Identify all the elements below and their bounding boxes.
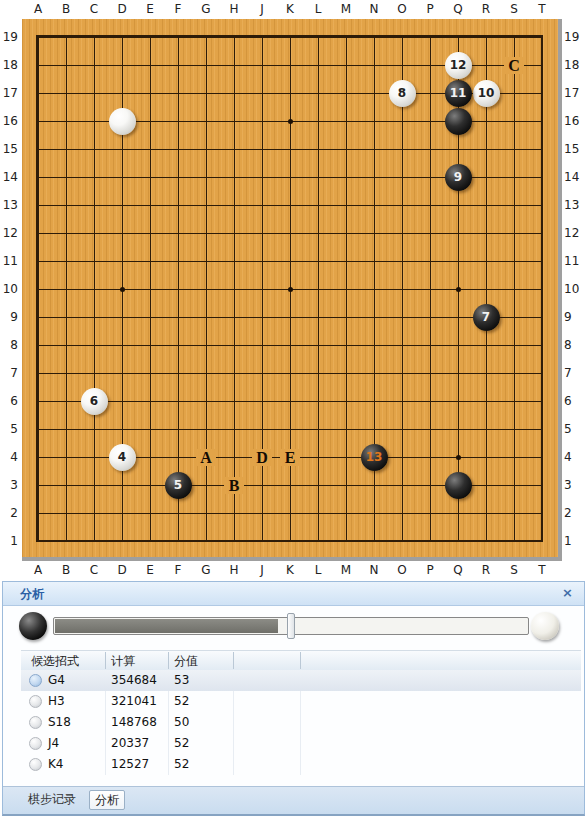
win-rate-bar[interactable] [53, 617, 529, 635]
white-stone[interactable]: 12 [445, 52, 472, 79]
coord-label-top: S [504, 2, 524, 17]
coord-label-top: D [112, 2, 132, 17]
coord-label-top: K [280, 2, 300, 17]
coord-label-top: M [336, 2, 356, 17]
coord-label-right: 7 [564, 365, 582, 381]
coord-label-bottom: K [280, 563, 300, 578]
coord-label-right: 16 [564, 113, 582, 129]
coord-label-top: F [168, 2, 188, 17]
cell-score: 52 [174, 757, 189, 771]
white-stone[interactable] [109, 108, 136, 135]
grid-line-horizontal [38, 429, 542, 430]
analysis-panel: 分析 × 候选招式 计算 分值 G435468453H332104152S181… [2, 581, 585, 816]
coord-label-left: 11 [0, 253, 18, 269]
black-stone[interactable]: 7 [473, 304, 500, 331]
cell-score: 52 [174, 736, 189, 750]
white-stone[interactable]: 10 [473, 80, 500, 107]
coord-label-right: 14 [564, 169, 582, 185]
coord-label-right: 19 [564, 29, 582, 45]
candidate-moves-table: G435468453H332104152S1814876850J42033752… [21, 670, 581, 775]
coord-label-top: E [140, 2, 160, 17]
coord-label-right: 6 [564, 393, 582, 409]
coord-label-right: 2 [564, 505, 582, 521]
grid-line-horizontal [38, 401, 542, 402]
coord-label-left: 8 [0, 337, 18, 353]
table-row[interactable]: S1814876850 [21, 712, 581, 733]
candidate-letter-mark[interactable]: B [224, 477, 244, 494]
column-divider [105, 652, 106, 669]
black-stone[interactable]: 9 [445, 164, 472, 191]
coord-label-top: G [196, 2, 216, 17]
cell-score: 52 [174, 694, 189, 708]
black-stone[interactable] [445, 472, 472, 499]
star-point [288, 287, 293, 292]
coord-label-top: T [532, 2, 552, 17]
grid-line-vertical [346, 37, 347, 541]
coord-label-bottom: S [504, 563, 524, 578]
black-stone[interactable] [445, 108, 472, 135]
coord-label-right: 5 [564, 421, 582, 437]
coord-label-right: 8 [564, 337, 582, 353]
coord-label-top: A [28, 2, 48, 17]
tab-bar: 棋步记录 分析 [3, 786, 584, 814]
coord-label-top: H [224, 2, 244, 17]
star-point [456, 455, 461, 460]
stone-icon [29, 674, 42, 687]
grid-line-horizontal [38, 345, 542, 346]
tab-analysis[interactable]: 分析 [89, 790, 125, 810]
candidate-letter-mark[interactable]: C [504, 57, 524, 74]
coord-label-right: 12 [564, 225, 582, 241]
stone-icon [29, 758, 42, 771]
coord-label-right: 18 [564, 57, 582, 73]
stone-icon [29, 716, 42, 729]
coord-label-right: 10 [564, 281, 582, 297]
grid-line-vertical [514, 37, 515, 541]
tab-move-record[interactable]: 棋步记录 [28, 791, 76, 807]
coord-label-top: O [392, 2, 412, 17]
grid-line-vertical [318, 37, 319, 541]
coord-label-top: B [56, 2, 76, 17]
coord-label-right: 13 [564, 197, 582, 213]
table-row[interactable]: H332104152 [21, 691, 581, 712]
go-board-region: ABCDE45678910111213 AA1919BB1818CC1717DD… [0, 0, 587, 580]
candidate-letter-mark[interactable]: E [280, 449, 300, 466]
cell-calculation: 354684 [111, 673, 157, 687]
star-point [456, 287, 461, 292]
candidate-letter-mark[interactable]: D [252, 449, 272, 466]
coord-label-left: 4 [0, 449, 18, 465]
coord-label-right: 3 [564, 477, 582, 493]
coord-label-left: 14 [0, 169, 18, 185]
white-stone-indicator [531, 612, 559, 640]
coord-label-bottom: C [84, 563, 104, 578]
coord-label-right: 1 [564, 533, 582, 549]
grid-line-horizontal [38, 317, 542, 318]
coord-label-bottom: F [168, 563, 188, 578]
coord-label-right: 9 [564, 309, 582, 325]
coord-label-right: 11 [564, 253, 582, 269]
black-stone[interactable]: 5 [165, 472, 192, 499]
coord-label-left: 1 [0, 533, 18, 549]
cell-candidate-move: S18 [48, 715, 71, 729]
white-stone[interactable]: 4 [109, 444, 136, 471]
table-header-row: 候选招式 计算 分值 [21, 650, 581, 671]
cell-calculation: 148768 [111, 715, 157, 729]
coord-label-bottom: D [112, 563, 132, 578]
cell-calculation: 321041 [111, 694, 157, 708]
coord-label-left: 18 [0, 57, 18, 73]
table-row[interactable]: G435468453 [21, 670, 581, 691]
cell-calculation: 20337 [111, 736, 149, 750]
coord-label-right: 15 [564, 141, 582, 157]
coord-label-bottom: G [196, 563, 216, 578]
win-rate-handle[interactable] [287, 613, 295, 639]
coord-label-left: 7 [0, 365, 18, 381]
black-stone-indicator [19, 612, 47, 640]
coord-label-bottom: E [140, 563, 160, 578]
coord-label-top: J [252, 2, 272, 17]
coord-label-bottom: A [28, 563, 48, 578]
white-stone[interactable]: 6 [81, 388, 108, 415]
coord-label-bottom: N [364, 563, 384, 578]
star-point [120, 287, 125, 292]
cell-score: 53 [174, 673, 189, 687]
cell-candidate-move: K4 [48, 757, 64, 771]
table-row[interactable]: K41252752 [21, 754, 581, 775]
grid-line-horizontal [38, 541, 542, 542]
black-stone-last-move[interactable]: 13 [361, 444, 388, 471]
coord-label-bottom: H [224, 563, 244, 578]
grid-line-vertical [402, 37, 403, 541]
col-header-candidate-move: 候选招式 [31, 653, 79, 670]
col-header-calculation: 计算 [111, 653, 135, 670]
coord-label-top: R [476, 2, 496, 17]
grid-line-horizontal [38, 513, 542, 514]
coord-label-left: 19 [0, 29, 18, 45]
coord-label-left: 16 [0, 113, 18, 129]
coord-label-left: 5 [0, 421, 18, 437]
white-stone[interactable]: 8 [389, 80, 416, 107]
col-header-score: 分值 [174, 653, 198, 670]
coord-label-bottom: B [56, 563, 76, 578]
close-icon[interactable]: × [562, 585, 573, 600]
coord-label-top: P [420, 2, 440, 17]
coord-label-left: 6 [0, 393, 18, 409]
candidate-letter-mark[interactable]: A [196, 449, 216, 466]
coord-label-right: 17 [564, 85, 582, 101]
coord-label-bottom: O [392, 563, 412, 578]
coord-label-left: 17 [0, 85, 18, 101]
win-rate-black-fill [55, 619, 278, 633]
cell-candidate-move: G4 [48, 673, 65, 687]
coord-label-top: Q [448, 2, 468, 17]
coord-label-left: 2 [0, 505, 18, 521]
coord-label-left: 12 [0, 225, 18, 241]
coord-label-bottom: Q [448, 563, 468, 578]
coord-label-bottom: L [308, 563, 328, 578]
column-divider [168, 652, 169, 669]
stone-icon [29, 695, 42, 708]
coord-label-left: 9 [0, 309, 18, 325]
grid-line-vertical [542, 37, 543, 541]
panel-header: 分析 × [3, 582, 584, 606]
black-stone[interactable]: 11 [445, 80, 472, 107]
app-window: ABCDE45678910111213 AA1919BB1818CC1717DD… [0, 0, 587, 822]
grid-line-horizontal [38, 373, 542, 374]
coord-label-left: 15 [0, 141, 18, 157]
grid-line-vertical [486, 37, 487, 541]
cell-candidate-move: H3 [48, 694, 65, 708]
grid-line-vertical [430, 37, 431, 541]
table-row[interactable]: J42033752 [21, 733, 581, 754]
coord-label-bottom: R [476, 563, 496, 578]
coord-label-left: 3 [0, 477, 18, 493]
coord-label-bottom: P [420, 563, 440, 578]
coord-label-bottom: J [252, 563, 272, 578]
cell-score: 50 [174, 715, 189, 729]
column-divider [233, 652, 234, 669]
cell-calculation: 12527 [111, 757, 149, 771]
coord-label-left: 10 [0, 281, 18, 297]
column-divider [300, 652, 301, 669]
coord-label-top: N [364, 2, 384, 17]
coord-label-right: 4 [564, 449, 582, 465]
coord-label-bottom: T [532, 563, 552, 578]
coord-label-top: C [84, 2, 104, 17]
star-point [288, 119, 293, 124]
coord-label-left: 13 [0, 197, 18, 213]
coord-label-bottom: M [336, 563, 356, 578]
stone-icon [29, 737, 42, 750]
coord-label-top: L [308, 2, 328, 17]
panel-title: 分析 [20, 586, 44, 603]
cell-candidate-move: J4 [48, 736, 59, 750]
